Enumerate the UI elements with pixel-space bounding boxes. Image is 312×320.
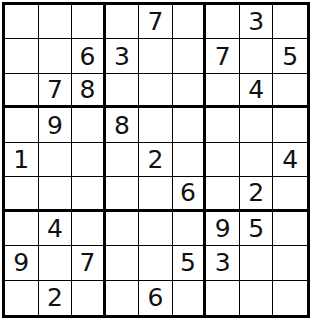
cell-r9c4[interactable] xyxy=(106,281,140,315)
cell-r5c5[interactable]: 2 xyxy=(139,143,173,177)
cell-r8c2[interactable] xyxy=(39,246,73,280)
cell-r7c9[interactable] xyxy=(273,212,307,246)
cell-r5c7[interactable] xyxy=(206,143,240,177)
cell-r1c4[interactable] xyxy=(106,5,140,39)
cell-r3c8[interactable]: 4 xyxy=(240,74,274,108)
cell-r7c7[interactable]: 9 xyxy=(206,212,240,246)
sudoku-board: 7363757849812462495975326 xyxy=(2,2,310,318)
cell-r3c3[interactable]: 8 xyxy=(72,74,106,108)
cell-r4c1[interactable] xyxy=(5,108,39,142)
cell-r5c6[interactable] xyxy=(173,143,207,177)
cell-r9c2[interactable]: 2 xyxy=(39,281,73,315)
cell-r6c8[interactable]: 2 xyxy=(240,177,274,211)
cell-r2c2[interactable] xyxy=(39,39,73,73)
cell-r5c2[interactable] xyxy=(39,143,73,177)
cell-r4c8[interactable] xyxy=(240,108,274,142)
cell-r2c3[interactable]: 6 xyxy=(72,39,106,73)
cell-r3c2[interactable]: 7 xyxy=(39,74,73,108)
cell-r7c5[interactable] xyxy=(139,212,173,246)
cell-r4c3[interactable] xyxy=(72,108,106,142)
cell-r4c6[interactable] xyxy=(173,108,207,142)
cell-r6c1[interactable] xyxy=(5,177,39,211)
cell-r1c7[interactable] xyxy=(206,5,240,39)
cell-r3c1[interactable] xyxy=(5,74,39,108)
cell-r2c1[interactable] xyxy=(5,39,39,73)
cell-r1c1[interactable] xyxy=(5,5,39,39)
cell-r6c3[interactable] xyxy=(72,177,106,211)
cell-r3c5[interactable] xyxy=(139,74,173,108)
cell-r7c4[interactable] xyxy=(106,212,140,246)
cell-r2c7[interactable]: 7 xyxy=(206,39,240,73)
cell-r5c8[interactable] xyxy=(240,143,274,177)
cell-r7c2[interactable]: 4 xyxy=(39,212,73,246)
cell-r6c7[interactable] xyxy=(206,177,240,211)
cell-r2c5[interactable] xyxy=(139,39,173,73)
cell-r7c6[interactable] xyxy=(173,212,207,246)
cell-r1c2[interactable] xyxy=(39,5,73,39)
cell-r4c2[interactable]: 9 xyxy=(39,108,73,142)
cell-r7c3[interactable] xyxy=(72,212,106,246)
cell-r7c8[interactable]: 5 xyxy=(240,212,274,246)
cell-r1c9[interactable] xyxy=(273,5,307,39)
cell-r1c8[interactable]: 3 xyxy=(240,5,274,39)
sudoku-screen: 7363757849812462495975326 xyxy=(0,0,312,320)
cell-r6c5[interactable] xyxy=(139,177,173,211)
cell-r9c6[interactable] xyxy=(173,281,207,315)
cell-r1c3[interactable] xyxy=(72,5,106,39)
cell-r8c3[interactable]: 7 xyxy=(72,246,106,280)
cell-r4c9[interactable] xyxy=(273,108,307,142)
cell-r9c1[interactable] xyxy=(5,281,39,315)
cell-r7c1[interactable] xyxy=(5,212,39,246)
cell-r9c9[interactable] xyxy=(273,281,307,315)
cell-r5c3[interactable] xyxy=(72,143,106,177)
cell-r8c7[interactable]: 3 xyxy=(206,246,240,280)
cell-r8c8[interactable] xyxy=(240,246,274,280)
cell-r9c5[interactable]: 6 xyxy=(139,281,173,315)
cell-r9c8[interactable] xyxy=(240,281,274,315)
cell-r6c6[interactable]: 6 xyxy=(173,177,207,211)
cell-r9c3[interactable] xyxy=(72,281,106,315)
cell-r4c7[interactable] xyxy=(206,108,240,142)
cell-r3c6[interactable] xyxy=(173,74,207,108)
cell-r4c4[interactable]: 8 xyxy=(106,108,140,142)
cell-r8c6[interactable]: 5 xyxy=(173,246,207,280)
cell-r6c4[interactable] xyxy=(106,177,140,211)
cell-r8c1[interactable]: 9 xyxy=(5,246,39,280)
cell-r1c6[interactable] xyxy=(173,5,207,39)
cell-r5c1[interactable]: 1 xyxy=(5,143,39,177)
cell-r2c4[interactable]: 3 xyxy=(106,39,140,73)
cell-r9c7[interactable] xyxy=(206,281,240,315)
cell-r6c2[interactable] xyxy=(39,177,73,211)
cell-r1c5[interactable]: 7 xyxy=(139,5,173,39)
cell-r8c5[interactable] xyxy=(139,246,173,280)
cell-r6c9[interactable] xyxy=(273,177,307,211)
cell-r2c8[interactable] xyxy=(240,39,274,73)
cell-r3c9[interactable] xyxy=(273,74,307,108)
cell-r8c9[interactable] xyxy=(273,246,307,280)
cell-r3c4[interactable] xyxy=(106,74,140,108)
cell-r8c4[interactable] xyxy=(106,246,140,280)
cell-r3c7[interactable] xyxy=(206,74,240,108)
cell-r4c5[interactable] xyxy=(139,108,173,142)
cell-r2c6[interactable] xyxy=(173,39,207,73)
cell-r2c9[interactable]: 5 xyxy=(273,39,307,73)
cell-r5c4[interactable] xyxy=(106,143,140,177)
cell-r5c9[interactable]: 4 xyxy=(273,143,307,177)
